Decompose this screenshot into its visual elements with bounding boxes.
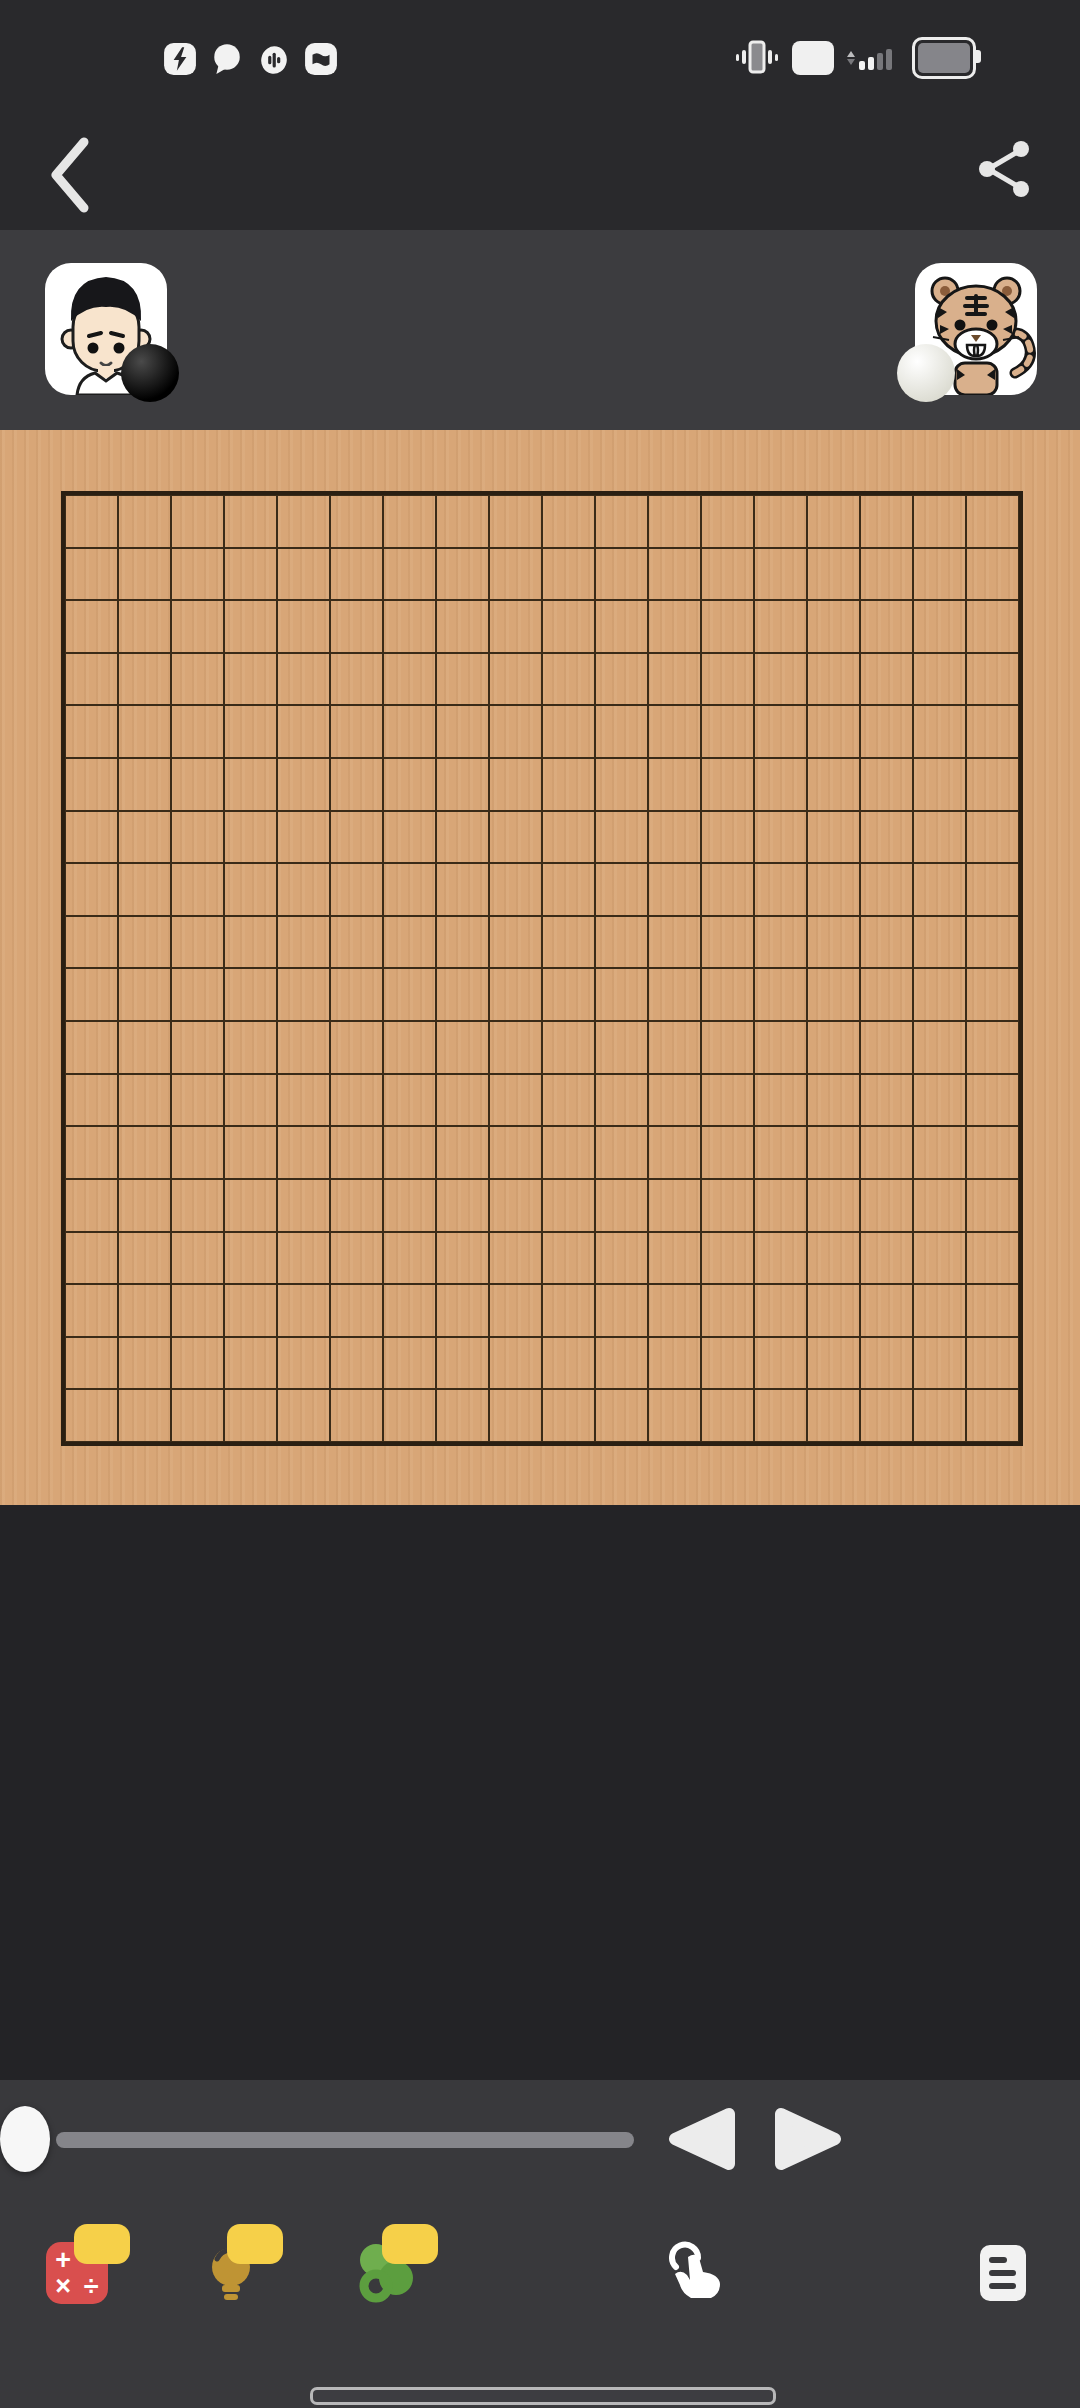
share-button[interactable]: [975, 138, 1035, 200]
signal-bars-icon: [847, 45, 899, 71]
lightning-app-icon: [163, 42, 197, 76]
toolbar-item-variations[interactable]: [309, 2240, 463, 2314]
status-nav-area: [0, 0, 1080, 230]
battery-indicator: [912, 37, 976, 79]
voice-app-icon: [257, 42, 291, 76]
toolbar-item-move-numbers[interactable]: [463, 2240, 617, 2314]
territory-badge: [74, 2224, 130, 2264]
toolbar: +− ×÷: [0, 2240, 1080, 2314]
next-move-button[interactable]: [771, 2106, 847, 2172]
5g-signal: [847, 45, 899, 71]
battery-nub: [976, 50, 981, 63]
try-move-tap-icon: [662, 2241, 726, 2305]
previous-move-button[interactable]: [663, 2106, 739, 2172]
hd-badge: [792, 41, 834, 75]
black-stone-badge: [121, 344, 179, 402]
toolbar-item-research[interactable]: [771, 2240, 925, 2314]
app-screen: +− ×÷: [0, 0, 1080, 2408]
board-stone-grid[interactable]: [39, 469, 1046, 1469]
back-button[interactable]: [46, 136, 94, 214]
white-stone-badge: [897, 344, 955, 402]
vibrate-icon: [735, 34, 779, 82]
battery-fill: [918, 43, 970, 73]
move-slider-thumb[interactable]: [0, 2106, 50, 2172]
variations-badge: [382, 2224, 438, 2264]
toolbar-item-territory[interactable]: +− ×÷: [0, 2240, 154, 2314]
toolbar-item-report[interactable]: [926, 2240, 1080, 2314]
message-bubble-icon: [210, 42, 244, 76]
toolbar-item-try-move[interactable]: [617, 2240, 771, 2314]
banner-app-icon: [304, 42, 338, 76]
toolbar-item-hint[interactable]: [154, 2240, 308, 2314]
bottom-control-panel: +− ×÷: [0, 2080, 1080, 2408]
move-slider-track[interactable]: [56, 2132, 634, 2148]
go-board[interactable]: [0, 430, 1080, 1505]
report-document-icon: [980, 2245, 1026, 2301]
players-info-bar: [0, 230, 1080, 430]
status-right-cluster: [735, 30, 976, 86]
hint-badge: [227, 2224, 283, 2264]
notification-icons: [163, 42, 338, 76]
home-indicator[interactable]: [310, 2387, 776, 2405]
